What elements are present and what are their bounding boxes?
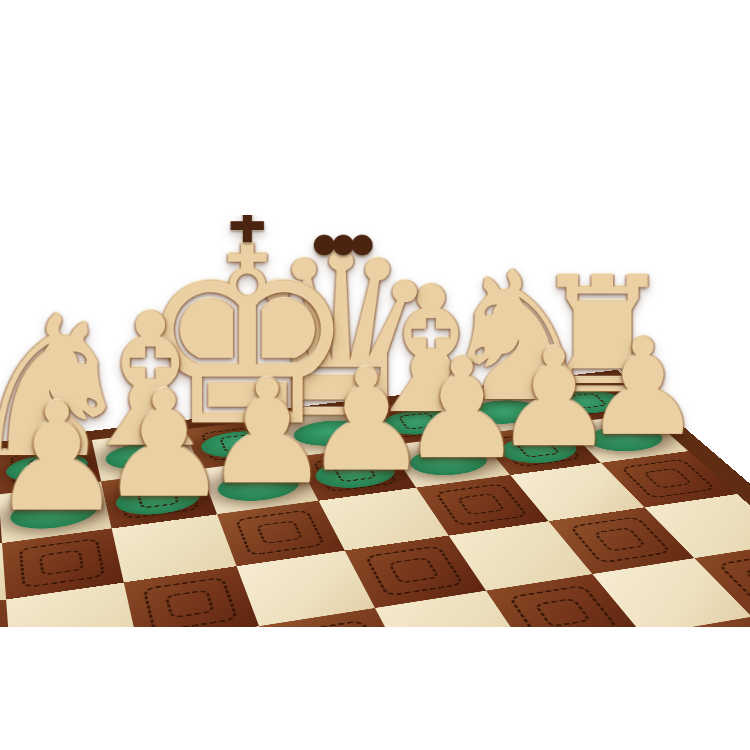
pawn-glyph: ♟ xyxy=(0,383,124,533)
product-photo-stage: ♜♞♝♚✚♛●●●♝♞♜♟♟♟♟♟♟♟♟ xyxy=(0,0,750,750)
board-viewport: ♜♞♝♚✚♛●●●♝♞♜♟♟♟♟♟♟♟♟ xyxy=(0,0,750,627)
pawn-h2[interactable]: ♟ xyxy=(0,395,14,548)
square-g2[interactable]: ♟ xyxy=(0,481,112,543)
board-grid: ♜♞♝♚✚♛●●●♝♞♜♟♟♟♟♟♟♟♟ xyxy=(0,380,750,627)
chess-board: ♜♞♝♚✚♛●●●♝♞♜♟♟♟♟♟♟♟♟ xyxy=(0,370,750,627)
pawn-glyph: ♟ xyxy=(0,395,14,548)
pawn-g2[interactable]: ♟ xyxy=(0,383,124,533)
king-cross-finial-icon: ✚ xyxy=(228,204,266,250)
